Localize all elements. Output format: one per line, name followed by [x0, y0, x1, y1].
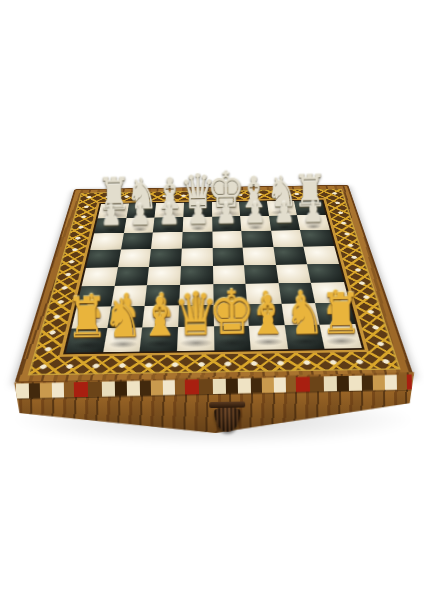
- square-a8: [98, 203, 129, 218]
- square-b6: [121, 233, 153, 250]
- square-e1: [213, 326, 250, 350]
- square-d8: [183, 202, 212, 217]
- square-f4: [244, 265, 278, 284]
- square-h6: [300, 230, 334, 247]
- square-e8: [211, 202, 240, 217]
- square-b1: [103, 328, 143, 352]
- square-a7: [94, 218, 126, 234]
- square-d7: [182, 216, 211, 232]
- square-h2: [315, 302, 355, 324]
- square-f5: [243, 247, 276, 265]
- square-h3: [311, 282, 349, 303]
- square-g8: [267, 201, 298, 216]
- square-d3: [179, 284, 213, 305]
- square-b7: [124, 217, 155, 233]
- square-g4: [276, 264, 312, 283]
- square-b5: [118, 249, 152, 267]
- square-h1: [320, 324, 362, 348]
- square-f2: [247, 304, 284, 326]
- square-g7: [269, 215, 301, 231]
- square-a2: [71, 306, 110, 329]
- square-f6: [241, 231, 273, 248]
- square-a4: [82, 267, 118, 286]
- square-h7: [297, 215, 330, 231]
- chess-board: [14, 185, 414, 383]
- square-b8: [126, 203, 156, 218]
- square-f3: [246, 283, 282, 304]
- square-c6: [151, 232, 182, 249]
- square-g6: [271, 230, 304, 247]
- square-g1: [284, 325, 324, 349]
- square-f7: [240, 216, 271, 232]
- square-d1: [177, 327, 214, 351]
- square-e2: [213, 304, 249, 326]
- square-c5: [149, 248, 181, 266]
- square-c1: [140, 327, 178, 351]
- square-a3: [77, 286, 115, 307]
- square-b2: [107, 306, 145, 329]
- board-squares: [66, 200, 362, 352]
- square-g3: [278, 283, 315, 304]
- square-c7: [153, 217, 183, 233]
- square-a5: [86, 249, 121, 267]
- square-c8: [155, 203, 184, 218]
- square-d2: [178, 305, 214, 328]
- square-e6: [212, 231, 243, 248]
- square-e5: [212, 248, 244, 266]
- square-e3: [213, 284, 247, 305]
- square-h4: [307, 264, 344, 283]
- square-d5: [181, 248, 213, 266]
- square-b4: [114, 267, 149, 286]
- square-e7: [212, 216, 242, 232]
- square-c2: [142, 305, 179, 328]
- square-g5: [273, 247, 307, 265]
- square-b3: [111, 285, 147, 306]
- square-e4: [212, 265, 245, 284]
- square-g2: [281, 303, 320, 325]
- product-photo: ♜♞♝♛♚♝♞♜♟♟♟♟♟♟♟♟♟♟♟♟♟♟♟♟♜♞♝♛♚♝♞♜: [0, 0, 424, 600]
- square-c3: [145, 285, 180, 306]
- square-h5: [304, 246, 339, 264]
- square-f1: [249, 325, 288, 349]
- square-d4: [180, 266, 213, 285]
- square-f8: [239, 201, 269, 216]
- square-d6: [182, 232, 213, 249]
- square-a1: [66, 328, 107, 352]
- square-a6: [90, 233, 123, 250]
- square-h8: [294, 200, 325, 215]
- chess-set: ♜♞♝♛♚♝♞♜♟♟♟♟♟♟♟♟♟♟♟♟♟♟♟♟♜♞♝♛♚♝♞♜: [0, 0, 424, 600]
- square-c4: [147, 266, 181, 285]
